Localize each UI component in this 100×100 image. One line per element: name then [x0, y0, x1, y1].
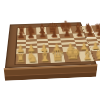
piece-dark-rook: ♜ — [93, 23, 100, 33]
square-b6 — [26, 39, 37, 41]
chess-set-photo: ♜♞♝♛♚♝♞♜♟♟♟♟♟♟♟♟♟♟♟♟♟♟♟♟♜♞♝♛♚♝♞♜ — [0, 0, 100, 100]
square-a1: ♜ — [16, 54, 26, 65]
square-b1: ♞ — [26, 53, 38, 64]
piece-dark-rook: ♜ — [17, 26, 26, 36]
piece-dark-knight: ♞ — [26, 24, 37, 36]
chess-board: ♜♞♝♛♚♝♞♜♟♟♟♟♟♟♟♟♟♟♟♟♟♟♟♟♜♞♝♛♚♝♞♜ — [14, 26, 91, 65]
square-e7: ♟ — [59, 34, 74, 39]
piece-dark-pawn: ♟ — [17, 31, 25, 40]
square-e1: ♚ — [63, 52, 81, 63]
piece-light-rook: ♜ — [15, 53, 26, 65]
board-walnut-frame: ♜♞♝♛♚♝♞♜♟♟♟♟♟♟♟♟♟♟♟♟♟♟♟♟♜♞♝♛♚♝♞♜ — [5, 22, 97, 68]
chess-board-box: ♜♞♝♛♚♝♞♜♟♟♟♟♟♟♟♟♟♟♟♟♟♟♟♟♜♞♝♛♚♝♞♜ — [5, 22, 97, 68]
piece-light-bishop: ♝ — [38, 49, 52, 64]
square-d6 — [48, 38, 61, 41]
